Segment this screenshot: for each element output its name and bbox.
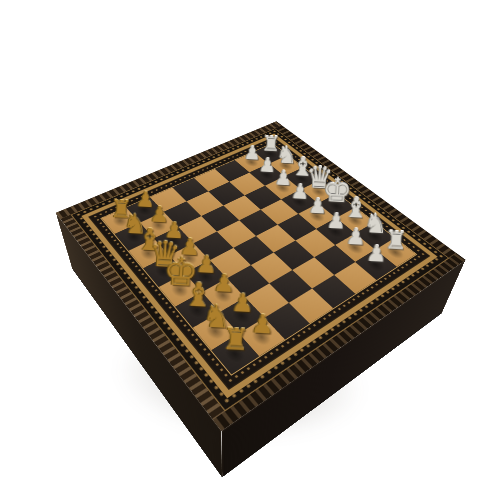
square-r3c8[interactable] [334, 262, 376, 294]
white-pawn-icon: ♟ [326, 211, 346, 231]
black-pawn-icon: ♟ [250, 313, 274, 338]
white-pawn-icon: ♟ [274, 169, 293, 188]
piece-white-pawn[interactable]: ♟ [361, 249, 392, 280]
white-pawn-icon: ♟ [366, 243, 388, 265]
board-top-face: ♜♞♝♛♚♝♞♜♟♟♟♟♟♟♟♟♟♟♟♟♟♟♟♟♜♞♝♛♚♝♞♜ [56, 121, 466, 430]
tooled-leather-border-outer: ♜♞♝♛♚♝♞♜♟♟♟♟♟♟♟♟♟♟♟♟♟♟♟♟♜♞♝♛♚♝♞♜ [71, 128, 450, 411]
gold-leather-band: ♜♞♝♛♚♝♞♜♟♟♟♟♟♟♟♟♟♟♟♟♟♟♟♟♜♞♝♛♚♝♞♜ [81, 134, 437, 399]
white-pawn-icon: ♟ [290, 182, 309, 201]
square-r3c5[interactable] [278, 214, 317, 241]
piece-black-rook[interactable]: ♜ [217, 335, 253, 371]
black-rook-icon: ♜ [222, 325, 251, 354]
product-photo-stage: ♜♞♝♛♚♝♞♜♟♟♟♟♟♟♟♟♟♟♟♟♟♟♟♟♜♞♝♛♚♝♞♜ [0, 0, 480, 480]
white-rook-icon: ♜ [384, 229, 408, 253]
chess-box-set: ♜♞♝♛♚♝♞♜♟♟♟♟♟♟♟♟♟♟♟♟♟♟♟♟♜♞♝♛♚♝♞♜ [56, 121, 466, 430]
white-pawn-icon: ♟ [308, 197, 328, 217]
white-pawn-icon: ♟ [345, 227, 366, 248]
square-r8c8[interactable]: ♜ [212, 334, 259, 375]
scene: ♜♞♝♛♚♝♞♜♟♟♟♟♟♟♟♟♟♟♟♟♟♟♟♟♜♞♝♛♚♝♞♜ [0, 0, 480, 480]
